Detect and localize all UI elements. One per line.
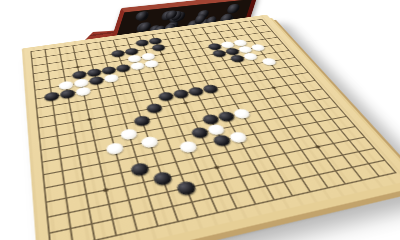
white-stone bbox=[103, 73, 119, 83]
black-stone bbox=[59, 89, 75, 99]
white-stone bbox=[177, 140, 197, 153]
black-stone bbox=[145, 102, 163, 113]
black-tray-stone bbox=[226, 3, 240, 13]
white-stone bbox=[105, 141, 124, 155]
black-stone bbox=[156, 91, 174, 101]
black-stone bbox=[100, 66, 115, 75]
black-stone bbox=[150, 43, 165, 51]
black-stone bbox=[211, 134, 231, 147]
black-stone bbox=[43, 91, 59, 101]
black-stone bbox=[134, 39, 149, 47]
black-stone bbox=[189, 126, 209, 139]
star-point bbox=[160, 53, 164, 55]
star-point bbox=[87, 118, 92, 121]
board-grid bbox=[30, 19, 396, 240]
black-tray-stone bbox=[134, 11, 148, 21]
white-stone bbox=[143, 59, 159, 68]
black-stone bbox=[86, 68, 101, 77]
black-stone bbox=[129, 161, 149, 176]
white-stone bbox=[73, 78, 89, 88]
black-stone bbox=[88, 76, 104, 86]
black-stone bbox=[174, 180, 196, 196]
black-stone bbox=[110, 49, 125, 57]
go-board bbox=[22, 15, 400, 240]
white-stone bbox=[129, 61, 145, 70]
white-stone bbox=[75, 86, 91, 96]
white-stone bbox=[260, 57, 277, 66]
black-stone bbox=[210, 49, 226, 57]
black-stone bbox=[71, 70, 86, 79]
black-stone bbox=[132, 115, 150, 127]
white-stone bbox=[119, 128, 138, 141]
star-point bbox=[103, 188, 109, 192]
star-point bbox=[315, 145, 321, 149]
star-point bbox=[183, 101, 188, 104]
black-stone bbox=[200, 113, 219, 125]
black-stone bbox=[115, 63, 131, 72]
black-stone bbox=[186, 86, 204, 96]
white-stone bbox=[58, 80, 74, 90]
black-stone bbox=[151, 170, 172, 186]
star-point bbox=[76, 66, 80, 68]
star-point bbox=[271, 86, 276, 89]
black-stone bbox=[172, 88, 190, 98]
white-stone bbox=[139, 135, 158, 148]
star-point bbox=[214, 165, 220, 169]
go-set-photo bbox=[0, 0, 400, 240]
black-stone bbox=[201, 84, 219, 94]
black-stone bbox=[216, 110, 235, 122]
white-stone bbox=[205, 123, 225, 135]
